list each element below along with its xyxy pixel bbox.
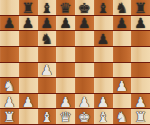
square-g3[interactable]: ♟ [113,78,132,94]
square-b1[interactable] [19,109,38,125]
square-c4[interactable]: ♟ [38,63,57,79]
square-c6[interactable]: ♞ [38,31,57,47]
black-rook[interactable]: ♜ [22,0,35,14]
black-pawn[interactable]: ♟ [97,32,110,46]
square-b7[interactable]: ♟ [19,16,38,32]
square-c1[interactable]: ♝ [38,109,57,125]
square-c7[interactable]: ♟ [38,16,57,32]
square-d5[interactable] [56,47,75,63]
square-a2[interactable]: ♟ [0,94,19,110]
black-knight[interactable]: ♞ [41,32,54,46]
square-h3[interactable] [131,78,150,94]
square-a3[interactable]: ♞ [0,78,19,94]
square-c3[interactable] [38,78,57,94]
square-d4[interactable] [56,63,75,79]
square-b4[interactable] [19,63,38,79]
square-b6[interactable] [19,31,38,47]
square-c5[interactable] [38,47,57,63]
black-pawn[interactable]: ♟ [41,16,54,30]
black-pawn[interactable]: ♟ [78,16,91,30]
square-e3[interactable] [75,78,94,94]
square-f4[interactable] [94,63,113,79]
square-a1[interactable]: ♜ [0,109,19,125]
white-rook[interactable]: ♜ [3,110,16,124]
square-f5[interactable] [94,47,113,63]
black-pawn[interactable]: ♟ [134,16,147,30]
square-f7[interactable] [94,16,113,32]
square-g4[interactable] [113,63,132,79]
black-bishop[interactable]: ♝ [41,0,54,14]
white-bishop[interactable]: ♝ [97,110,110,124]
white-knight[interactable]: ♞ [116,110,129,124]
square-g7[interactable]: ♟ [113,16,132,32]
white-pawn[interactable]: ♟ [41,63,54,77]
white-pawn[interactable]: ♟ [97,94,110,108]
white-pawn[interactable]: ♟ [134,94,147,108]
square-h5[interactable] [131,47,150,63]
square-f1[interactable]: ♝ [94,109,113,125]
square-d2[interactable]: ♟ [56,94,75,110]
square-h8[interactable]: ♜ [131,0,150,16]
black-bishop[interactable]: ♝ [97,0,110,14]
square-f6[interactable]: ♟ [94,31,113,47]
black-rook[interactable]: ♜ [134,0,147,14]
square-h7[interactable]: ♟ [131,16,150,32]
white-queen[interactable]: ♛ [59,110,72,124]
square-e6[interactable] [75,31,94,47]
square-g8[interactable]: ♞ [113,0,132,16]
square-a5[interactable] [0,47,19,63]
square-f3[interactable] [94,78,113,94]
square-c8[interactable]: ♝ [38,0,57,16]
square-e8[interactable]: ♚ [75,0,94,16]
white-pawn[interactable]: ♟ [59,94,72,108]
square-b3[interactable] [19,78,38,94]
square-g5[interactable] [113,47,132,63]
square-a8[interactable] [0,0,19,16]
square-e4[interactable] [75,63,94,79]
square-c2[interactable] [38,94,57,110]
square-h6[interactable] [131,31,150,47]
square-a6[interactable] [0,31,19,47]
square-e2[interactable]: ♟ [75,94,94,110]
black-pawn[interactable]: ♟ [3,16,16,30]
square-a4[interactable] [0,63,19,79]
square-g2[interactable] [113,94,132,110]
square-h1[interactable]: ♜ [131,109,150,125]
square-b8[interactable]: ♜ [19,0,38,16]
white-pawn[interactable]: ♟ [3,94,16,108]
white-king[interactable]: ♚ [78,110,91,124]
square-f8[interactable]: ♝ [94,0,113,16]
black-pawn[interactable]: ♟ [116,16,129,30]
black-pawn[interactable]: ♟ [22,16,35,30]
square-h2[interactable]: ♟ [131,94,150,110]
square-e1[interactable]: ♚ [75,109,94,125]
black-king[interactable]: ♚ [78,0,91,14]
square-a7[interactable]: ♟ [0,16,19,32]
square-d1[interactable]: ♛ [56,109,75,125]
white-pawn[interactable]: ♟ [78,94,91,108]
square-d7[interactable]: ♟ [56,16,75,32]
square-d8[interactable]: ♛ [56,0,75,16]
white-bishop[interactable]: ♝ [41,110,54,124]
white-pawn[interactable]: ♟ [116,78,129,92]
white-knight[interactable]: ♞ [3,78,16,92]
square-f2[interactable]: ♟ [94,94,113,110]
black-queen[interactable]: ♛ [59,0,72,14]
square-g6[interactable] [113,31,132,47]
square-d6[interactable] [56,31,75,47]
chess-app: ♜♝♛♚♝♞♜♟♟♟♟♟♟♟♞♟♟♞♟♟♟♟♟♟♟♜♝♛♚♝♞♜ [0,0,150,125]
square-e7[interactable]: ♟ [75,16,94,32]
square-b2[interactable]: ♟ [19,94,38,110]
black-pawn[interactable]: ♟ [59,16,72,30]
white-pawn[interactable]: ♟ [22,94,35,108]
chess-board: ♜♝♛♚♝♞♜♟♟♟♟♟♟♟♞♟♟♞♟♟♟♟♟♟♟♜♝♛♚♝♞♜ [0,0,150,125]
square-e5[interactable] [75,47,94,63]
square-d3[interactable] [56,78,75,94]
white-rook[interactable]: ♜ [134,110,147,124]
square-h4[interactable] [131,63,150,79]
square-g1[interactable]: ♞ [113,109,132,125]
square-b5[interactable] [19,47,38,63]
black-knight[interactable]: ♞ [116,0,129,14]
